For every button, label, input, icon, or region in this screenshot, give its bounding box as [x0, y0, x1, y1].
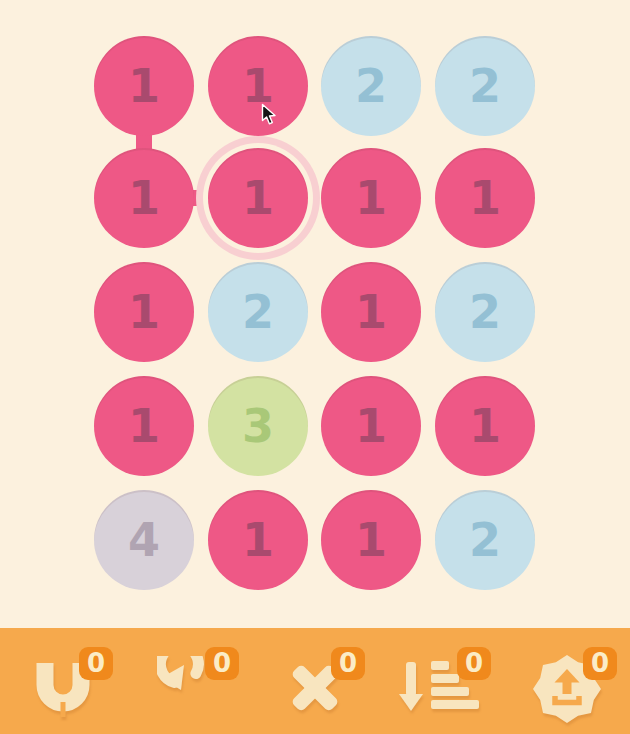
- tile-r4c3-value-1[interactable]: 1: [321, 376, 421, 476]
- undo-button[interactable]: 0: [0, 628, 126, 734]
- tile-r1c3-value-2[interactable]: 2: [321, 36, 421, 136]
- powerup-toolbar: 0 0 0 0 0: [0, 628, 630, 734]
- tile-r3c3-value-1[interactable]: 1: [321, 262, 421, 362]
- tile-r5c1-value-4[interactable]: 4: [94, 490, 194, 590]
- tile-r4c2-value-3[interactable]: 3: [208, 376, 308, 476]
- tile-r4c4-value-1[interactable]: 1: [435, 376, 535, 476]
- rotate-count-badge: 0: [205, 647, 239, 680]
- tile-r3c1-value-1[interactable]: 1: [94, 262, 194, 362]
- tile-r1c4-value-2[interactable]: 2: [435, 36, 535, 136]
- tile-r4c1-value-1[interactable]: 1: [94, 376, 194, 476]
- tile-r5c4-value-2[interactable]: 2: [435, 490, 535, 590]
- tile-r1c2-value-1[interactable]: 1: [208, 36, 308, 136]
- sort-count-badge: 0: [457, 647, 491, 680]
- tile-r5c2-value-1[interactable]: 1: [208, 490, 308, 590]
- undo-count-badge: 0: [79, 647, 113, 680]
- remove-count-badge: 0: [331, 647, 365, 680]
- upgrade-button[interactable]: 0: [504, 628, 630, 734]
- game-board: 11221111121213114112: [0, 0, 630, 628]
- tile-r3c4-value-2[interactable]: 2: [435, 262, 535, 362]
- tile-r2c1-value-1[interactable]: 1: [94, 148, 194, 248]
- sort-button[interactable]: 0: [378, 628, 504, 734]
- tile-r3c2-value-2[interactable]: 2: [208, 262, 308, 362]
- remove-button[interactable]: 0: [252, 628, 378, 734]
- tile-r2c3-value-1[interactable]: 1: [321, 148, 421, 248]
- tile-r2c2-value-1-selected[interactable]: 1: [208, 148, 308, 248]
- upgrade-count-badge: 0: [583, 647, 617, 680]
- rotate-button[interactable]: 0: [126, 628, 252, 734]
- tile-r1c1-value-1[interactable]: 1: [94, 36, 194, 136]
- tile-r2c4-value-1[interactable]: 1: [435, 148, 535, 248]
- tile-r5c3-value-1[interactable]: 1: [321, 490, 421, 590]
